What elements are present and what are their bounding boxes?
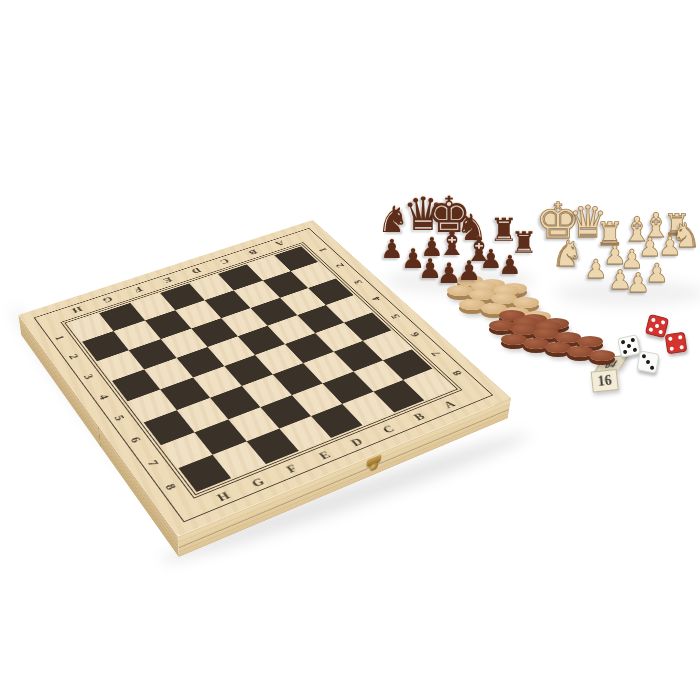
dark-draughts-piece[interactable] bbox=[589, 350, 615, 361]
doubling-cube-front-face: 16 bbox=[591, 369, 619, 393]
white-die-3[interactable] bbox=[636, 350, 659, 373]
doubling-cube-front-value: 16 bbox=[597, 372, 613, 389]
white-die-5[interactable] bbox=[617, 334, 641, 358]
dark-knight[interactable]: ♞ bbox=[375, 202, 411, 238]
objects-layer: 64 16 ♛♚♞♞♜♜♝♝♟♟♟♟♟♟♟♟♚♛♜♝♝♜♞♞♟♟♟♟♟♟♟♟ bbox=[0, 0, 700, 700]
light-pawn[interactable]: ♟ bbox=[657, 233, 683, 259]
light-knight[interactable]: ♞ bbox=[549, 236, 585, 272]
product-photo: HGFEDCBA HGFEDCBA 12345678 12345678 64 bbox=[0, 0, 700, 700]
red-die-4[interactable] bbox=[665, 332, 688, 355]
doubling-cube[interactable]: 64 16 bbox=[589, 355, 624, 392]
light-pawn[interactable]: ♟ bbox=[644, 260, 670, 286]
dark-pawn[interactable]: ♟ bbox=[497, 252, 523, 278]
